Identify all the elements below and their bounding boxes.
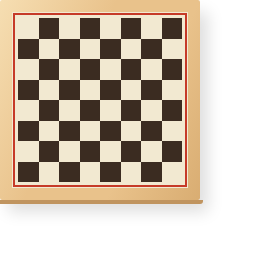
pieces-layer: ♜♞♝♛♚♝♞♜♟♟♟♟♟♟♟♟♟♟♟♟♟♟♟♟♜♞♝♛♚♝♞♜ [0, 0, 280, 280]
product-photo: ♜♞♝♛♚♝♞♜♟♟♟♟♟♟♟♟♟♟♟♟♟♟♟♟♜♞♝♛♚♝♞♜ [0, 0, 280, 280]
